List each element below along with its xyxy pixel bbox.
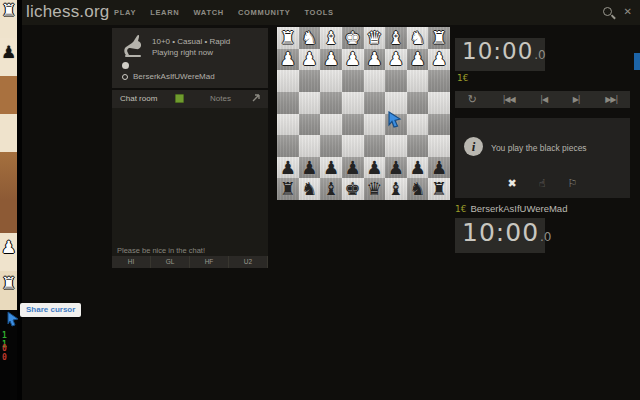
- nav-item-learn[interactable]: LEARN: [150, 8, 179, 17]
- opponent-status-icon: 1€: [457, 73, 468, 83]
- game-actions: ✖ ☝ ⚐: [455, 178, 630, 190]
- square[interactable]: [342, 135, 364, 157]
- mouse-cursor-secondary: [6, 311, 20, 327]
- piece-white-bishop[interactable]: ♝: [388, 29, 404, 47]
- close-icon[interactable]: ✕: [624, 6, 632, 17]
- player-clock-tenths: .0: [540, 230, 551, 244]
- black-player-name: BerserkAsIfUWereMad: [133, 72, 215, 81]
- preset-gl-button[interactable]: GL: [151, 256, 190, 268]
- square[interactable]: [407, 114, 429, 136]
- chat-header: Chat room Notes: [112, 90, 268, 108]
- square[interactable]: [428, 135, 450, 157]
- square[interactable]: ♜: [428, 27, 450, 49]
- black-disc-icon: [122, 74, 128, 80]
- square[interactable]: ♞: [299, 27, 321, 49]
- square[interactable]: [428, 70, 450, 92]
- square[interactable]: [364, 114, 386, 136]
- window-edge: [17, 0, 22, 400]
- piece-white-pawn[interactable]: ♟: [301, 50, 317, 68]
- bg-square: [0, 200, 17, 233]
- piece-black-pawn[interactable]: ♟: [280, 159, 296, 177]
- square[interactable]: ♝: [385, 178, 407, 200]
- first-move-icon[interactable]: |◀◀: [503, 95, 515, 104]
- square[interactable]: ♟: [277, 49, 299, 71]
- piece-white-pawn[interactable]: ♟: [388, 50, 404, 68]
- piece-white-pawn[interactable]: ♟: [345, 50, 361, 68]
- game-info-box: i You play the black pieces ✖ ☝ ⚐: [455, 118, 630, 198]
- black-player-row[interactable]: BerserkAsIfUWereMad: [122, 71, 215, 82]
- piece-black-pawn[interactable]: ♟: [323, 159, 339, 177]
- piece-black-queen[interactable]: ♛: [366, 180, 382, 198]
- square[interactable]: ♟: [342, 49, 364, 71]
- square[interactable]: [299, 92, 321, 114]
- square[interactable]: [277, 135, 299, 157]
- square[interactable]: ♟: [385, 49, 407, 71]
- square[interactable]: [428, 92, 450, 114]
- top-nav: lichess.org PLAY LEARN WATCH COMMUNITY T…: [22, 0, 640, 25]
- square[interactable]: ♝: [320, 27, 342, 49]
- player-bar[interactable]: 1€ BerserkAsIfUWereMad: [455, 203, 567, 214]
- chat-presets: HI GL HF U2: [112, 256, 268, 268]
- square[interactable]: [428, 114, 450, 136]
- piece-black-bishop[interactable]: ♝: [388, 180, 404, 198]
- tab-chat-room[interactable]: Chat room: [120, 94, 157, 103]
- square[interactable]: [277, 70, 299, 92]
- chat-messages[interactable]: [112, 108, 268, 244]
- piece-white-rook[interactable]: ♜: [280, 29, 296, 47]
- square[interactable]: ♞: [407, 178, 429, 200]
- nav-icons: ✕: [603, 6, 632, 17]
- piece-white-pawn[interactable]: ♟: [366, 50, 382, 68]
- player-clock-time: 10:00: [462, 218, 539, 247]
- square[interactable]: [364, 70, 386, 92]
- nav-menu: PLAY LEARN WATCH COMMUNITY TOOLS: [114, 8, 334, 17]
- white-disc-icon: [122, 62, 129, 69]
- preset-hf-button[interactable]: HF: [190, 256, 229, 268]
- nav-item-tools[interactable]: TOOLS: [304, 8, 333, 17]
- square[interactable]: ♜: [277, 27, 299, 49]
- piece-black-pawn[interactable]: ♟: [345, 159, 361, 177]
- next-move-icon[interactable]: ▶|: [573, 95, 580, 104]
- piece-black-pawn[interactable]: ♟: [301, 159, 317, 177]
- square[interactable]: ♟: [299, 49, 321, 71]
- piece-black-rook[interactable]: ♜: [431, 180, 447, 198]
- piece-black-pawn[interactable]: ♟: [409, 159, 425, 177]
- square[interactable]: ♛: [364, 27, 386, 49]
- game-status: Playing right now: [152, 47, 230, 58]
- search-icon[interactable]: [603, 7, 612, 16]
- square[interactable]: [299, 114, 321, 136]
- bg-square: ♟: [0, 38, 17, 76]
- piece-white-king[interactable]: ♚: [345, 29, 361, 47]
- player-clock: 10:00 .0: [455, 218, 545, 253]
- piece-black-knight[interactable]: ♞: [409, 180, 425, 198]
- bg-white-pawn-icon: ♟: [0, 239, 17, 256]
- square[interactable]: ♟: [299, 157, 321, 179]
- piece-white-pawn[interactable]: ♟: [323, 50, 339, 68]
- square[interactable]: ♚: [342, 27, 364, 49]
- chat-resize-icon[interactable]: [251, 93, 261, 103]
- piece-white-rook[interactable]: ♜: [431, 29, 447, 47]
- chat-toggle-checkbox[interactable]: [175, 94, 184, 103]
- square[interactable]: [364, 135, 386, 157]
- square[interactable]: [342, 92, 364, 114]
- bg-white-rook-icon: ♜: [0, 2, 17, 19]
- tab-notes[interactable]: Notes: [210, 94, 231, 103]
- piece-white-knight[interactable]: ♞: [409, 29, 425, 47]
- bg-square: ♜: [0, 0, 17, 38]
- resign-flag-icon[interactable]: ⚐: [568, 178, 578, 190]
- chat-box: Chat room Notes HI GL HF U2: [112, 90, 268, 268]
- share-cursor-tooltip: Share cursor: [20, 303, 81, 317]
- square[interactable]: [320, 135, 342, 157]
- preset-u2-button[interactable]: U2: [229, 256, 268, 268]
- bg-white-rook-icon: ♜: [0, 275, 17, 292]
- lichess-logo[interactable]: lichess.org: [26, 2, 109, 22]
- square[interactable]: [320, 70, 342, 92]
- background-window-strip: ♜ ♟ ♟ ♜ 1 1 0 0: [0, 0, 17, 400]
- square[interactable]: [342, 70, 364, 92]
- piece-white-pawn[interactable]: ♟: [280, 50, 296, 68]
- piece-white-pawn[interactable]: ♟: [431, 50, 447, 68]
- last-move-icon[interactable]: ▶▶|: [605, 95, 617, 104]
- square[interactable]: [320, 92, 342, 114]
- flip-board-icon[interactable]: ↻: [468, 93, 477, 106]
- mouse-cursor-main: [387, 110, 403, 128]
- game-meta-box: 10+0 • Casual • Rapid Playing right now …: [112, 28, 268, 88]
- prev-move-icon[interactable]: |◀: [540, 95, 547, 104]
- info-icon: i: [464, 137, 483, 156]
- square[interactable]: [277, 92, 299, 114]
- piece-black-bishop[interactable]: ♝: [323, 180, 339, 198]
- square[interactable]: [299, 135, 321, 157]
- square[interactable]: ♝: [320, 178, 342, 200]
- nav-item-community[interactable]: COMMUNITY: [238, 8, 291, 17]
- preset-hi-button[interactable]: HI: [112, 256, 151, 268]
- nav-item-play[interactable]: PLAY: [114, 8, 136, 17]
- piece-white-knight[interactable]: ♞: [301, 29, 317, 47]
- bg-black-pawn-icon: ♟: [0, 44, 17, 61]
- square[interactable]: ♟: [428, 49, 450, 71]
- rapid-rabbit-icon: [123, 34, 145, 58]
- square[interactable]: ♜: [277, 178, 299, 200]
- square[interactable]: ♟: [385, 157, 407, 179]
- game-setup: 10+0 • Casual • Rapid: [152, 36, 230, 47]
- square[interactable]: ♟: [428, 157, 450, 179]
- abort-icon[interactable]: ✖: [508, 178, 517, 190]
- piece-black-pawn[interactable]: ♟: [431, 159, 447, 177]
- square[interactable]: ♛: [364, 178, 386, 200]
- piece-black-pawn[interactable]: ♟: [366, 159, 382, 177]
- square[interactable]: [407, 70, 429, 92]
- square[interactable]: ♟: [342, 157, 364, 179]
- bg-square: [0, 152, 17, 200]
- white-player-row[interactable]: [122, 60, 215, 71]
- screen: ♜ ♟ ♟ ♜ 1 1 0 0 lichess.org PLAY LEARN W…: [0, 0, 640, 400]
- player-name: BerserkAsIfUWereMad: [470, 203, 567, 214]
- square[interactable]: ♟: [320, 157, 342, 179]
- square[interactable]: [320, 114, 342, 136]
- move-controls: ↻ |◀◀ |◀ ▶| ▶▶|: [455, 91, 630, 108]
- piece-black-knight[interactable]: ♞: [301, 180, 317, 198]
- piece-black-king[interactable]: ♚: [345, 180, 361, 198]
- square[interactable]: ♟: [277, 157, 299, 179]
- square[interactable]: ♟: [364, 49, 386, 71]
- square[interactable]: ♝: [385, 27, 407, 49]
- square[interactable]: [299, 70, 321, 92]
- bg-square: [0, 114, 17, 152]
- bg-square: [0, 76, 17, 114]
- square[interactable]: ♟: [364, 157, 386, 179]
- player-status-icon: 1€: [455, 204, 466, 214]
- square[interactable]: ♟: [407, 157, 429, 179]
- opponent-clock: 10:00 .0: [455, 38, 545, 71]
- offer-draw-icon[interactable]: ☝: [539, 178, 546, 190]
- nav-item-watch[interactable]: WATCH: [193, 8, 223, 17]
- square[interactable]: [407, 92, 429, 114]
- square[interactable]: [385, 135, 407, 157]
- bg-clock-red: 0 0: [2, 344, 17, 362]
- square[interactable]: [407, 135, 429, 157]
- piece-white-queen[interactable]: ♛: [366, 29, 382, 47]
- opponent-clock-time: 10:00: [462, 38, 533, 64]
- edge-fragment: [634, 53, 640, 70]
- piece-white-bishop[interactable]: ♝: [323, 29, 339, 47]
- bg-square: ♜: [0, 271, 17, 310]
- square[interactable]: ♟: [407, 49, 429, 71]
- square[interactable]: [364, 92, 386, 114]
- side-message: You play the black pieces: [491, 143, 587, 153]
- opponent-clock-tenths: .0: [534, 48, 545, 62]
- square[interactable]: [277, 114, 299, 136]
- piece-black-rook[interactable]: ♜: [280, 180, 296, 198]
- chat-input[interactable]: [112, 244, 268, 256]
- square[interactable]: ♜: [428, 178, 450, 200]
- square[interactable]: ♚: [342, 178, 364, 200]
- square[interactable]: [385, 70, 407, 92]
- piece-black-pawn[interactable]: ♟: [388, 159, 404, 177]
- square[interactable]: ♟: [320, 49, 342, 71]
- square[interactable]: [342, 114, 364, 136]
- square[interactable]: ♞: [299, 178, 321, 200]
- bg-square: ♟: [0, 233, 17, 271]
- square[interactable]: ♞: [407, 27, 429, 49]
- piece-white-pawn[interactable]: ♟: [409, 50, 425, 68]
- chess-board[interactable]: ♜♞♝♚♛♝♞♜♟♟♟♟♟♟♟♟♟♟♟♟♟♟♟♟♜♞♝♚♛♝♞♜: [277, 27, 450, 200]
